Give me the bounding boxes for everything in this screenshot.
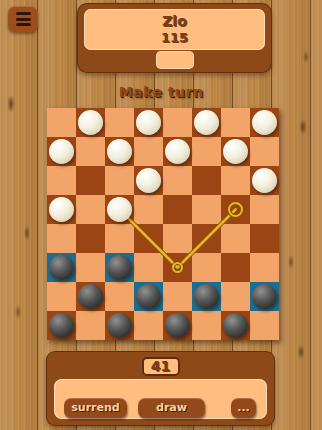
board-square[interactable] <box>76 311 105 340</box>
opponent-name: Zlo <box>84 12 265 30</box>
board-square[interactable] <box>134 311 163 340</box>
board-square[interactable] <box>105 282 134 311</box>
board-square[interactable] <box>76 137 105 166</box>
board-square[interactable] <box>163 166 192 195</box>
board-square[interactable]: ⛂ <box>250 282 279 311</box>
more-options-button[interactable]: ... <box>231 398 256 418</box>
player-controls: surrend draw ... <box>54 379 267 419</box>
turn-prompt: Make turn <box>0 84 322 100</box>
board-square[interactable] <box>250 311 279 340</box>
checker-white[interactable]: ⛀ <box>78 110 103 135</box>
checker-black[interactable]: ⛂ <box>49 255 74 280</box>
checker-black[interactable]: ⛂ <box>136 284 161 309</box>
game-screen: Zlo 115 Make turn ⛀⛀⛀⛀⛀⛀⛀⛀⛀⛀⛀⛀⛂⛂⛂⛂⛂⛂⛂⛂⛂⛂… <box>0 0 322 430</box>
board-square[interactable] <box>163 224 192 253</box>
board-square[interactable] <box>221 282 250 311</box>
board-square[interactable]: ⛂ <box>163 311 192 340</box>
board-square[interactable] <box>192 166 221 195</box>
checker-white[interactable]: ⛀ <box>107 139 132 164</box>
opponent-info: Zlo 115 <box>84 9 265 50</box>
checker-black[interactable]: ⛂ <box>223 313 248 338</box>
board-square[interactable]: ⛀ <box>250 166 279 195</box>
board-square[interactable] <box>192 224 221 253</box>
checker-black[interactable]: ⛂ <box>252 284 277 309</box>
board-square[interactable]: ⛀ <box>221 137 250 166</box>
opponent-rating: 115 <box>84 30 265 46</box>
board-square[interactable]: ⛂ <box>105 311 134 340</box>
board-square[interactable] <box>163 195 192 224</box>
board-square[interactable]: ⛂ <box>221 311 250 340</box>
checker-white[interactable]: ⛀ <box>252 110 277 135</box>
player-rating-tab: 41 <box>142 357 180 376</box>
draw-button[interactable]: draw <box>138 398 205 418</box>
opponent-panel: Zlo 115 <box>77 3 272 73</box>
checker-white[interactable]: ⛀ <box>223 139 248 164</box>
board-square[interactable] <box>221 108 250 137</box>
board-square[interactable] <box>250 137 279 166</box>
checker-black[interactable]: ⛂ <box>165 313 190 338</box>
board-square[interactable] <box>221 166 250 195</box>
board-square[interactable] <box>192 137 221 166</box>
board-square[interactable]: ⛀ <box>163 137 192 166</box>
board-square[interactable] <box>134 137 163 166</box>
board-square[interactable] <box>221 224 250 253</box>
checker-white[interactable]: ⛀ <box>49 197 74 222</box>
board-square[interactable] <box>250 253 279 282</box>
board-square[interactable]: ⛀ <box>76 108 105 137</box>
board-square[interactable] <box>76 166 105 195</box>
checker-black[interactable]: ⛂ <box>78 284 103 309</box>
board-square[interactable] <box>105 224 134 253</box>
board-square[interactable] <box>134 253 163 282</box>
board-square[interactable]: ⛀ <box>105 195 134 224</box>
board-square[interactable] <box>76 253 105 282</box>
board-square[interactable] <box>221 195 250 224</box>
board-square[interactable] <box>47 166 76 195</box>
checker-white[interactable]: ⛀ <box>165 139 190 164</box>
board-square[interactable]: ⛀ <box>192 108 221 137</box>
board-square[interactable]: ⛂ <box>76 282 105 311</box>
menu-button[interactable] <box>8 6 38 32</box>
board-square[interactable] <box>221 253 250 282</box>
checkers-board: ⛀⛀⛀⛀⛀⛀⛀⛀⛀⛀⛀⛀⛂⛂⛂⛂⛂⛂⛂⛂⛂⛂ <box>47 108 279 340</box>
checker-white[interactable]: ⛀ <box>107 197 132 222</box>
board-square[interactable] <box>192 253 221 282</box>
board-square[interactable] <box>250 195 279 224</box>
board-square[interactable]: ⛀ <box>105 137 134 166</box>
checker-white[interactable]: ⛀ <box>136 168 161 193</box>
board-square[interactable] <box>105 108 134 137</box>
board-square[interactable]: ⛀ <box>47 137 76 166</box>
board-square[interactable] <box>163 253 192 282</box>
checker-white[interactable]: ⛀ <box>252 168 277 193</box>
board-square[interactable] <box>250 224 279 253</box>
board-square[interactable]: ⛀ <box>47 195 76 224</box>
board-square[interactable] <box>76 224 105 253</box>
hamburger-menu-icon <box>16 12 31 26</box>
board-square[interactable] <box>105 166 134 195</box>
board-square[interactable]: ⛀ <box>134 166 163 195</box>
board-square[interactable]: ⛀ <box>250 108 279 137</box>
board-square[interactable] <box>47 224 76 253</box>
last-move-origin-marker <box>228 202 243 217</box>
board-square[interactable]: ⛀ <box>134 108 163 137</box>
surrender-button[interactable]: surrend <box>64 398 127 418</box>
checker-white[interactable]: ⛀ <box>49 139 74 164</box>
board-square[interactable] <box>192 311 221 340</box>
board-square[interactable] <box>47 282 76 311</box>
board-square[interactable]: ⛂ <box>105 253 134 282</box>
board-square[interactable] <box>134 224 163 253</box>
checker-black[interactable]: ⛂ <box>107 255 132 280</box>
board-square[interactable] <box>76 195 105 224</box>
checker-black[interactable]: ⛂ <box>107 313 132 338</box>
board-square[interactable]: ⛂ <box>47 311 76 340</box>
checker-black[interactable]: ⛂ <box>49 313 74 338</box>
board-square[interactable]: ⛂ <box>192 282 221 311</box>
board-square[interactable] <box>163 282 192 311</box>
last-move-waypoint-marker <box>172 262 183 273</box>
board-square[interactable] <box>47 108 76 137</box>
checker-black[interactable]: ⛂ <box>194 284 219 309</box>
board-square[interactable] <box>134 195 163 224</box>
board-square[interactable]: ⛂ <box>47 253 76 282</box>
checker-white[interactable]: ⛀ <box>136 110 161 135</box>
board-square[interactable] <box>192 195 221 224</box>
board-square[interactable] <box>163 108 192 137</box>
board-square[interactable]: ⛂ <box>134 282 163 311</box>
player-panel: 41 surrend draw ... <box>46 351 275 426</box>
opponent-panel-tab <box>156 51 194 69</box>
checker-white[interactable]: ⛀ <box>194 110 219 135</box>
